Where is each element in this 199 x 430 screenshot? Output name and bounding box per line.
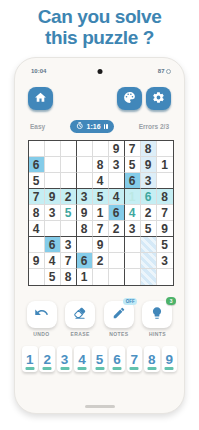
palette-icon xyxy=(123,90,136,108)
cell-r3c5[interactable]: 4 xyxy=(93,173,109,189)
undo-label: UNDO xyxy=(33,331,49,337)
cell-r4c4[interactable]: 3 xyxy=(77,189,93,205)
cell-r1c5[interactable] xyxy=(93,141,109,157)
cell-r6c9[interactable]: 9 xyxy=(157,221,173,237)
hints-button[interactable] xyxy=(142,301,172,328)
toolbar xyxy=(28,87,171,110)
cell-r6c4[interactable]: 8 xyxy=(77,221,93,237)
cell-r5c7[interactable]: 4 xyxy=(125,205,141,221)
bulb-icon xyxy=(150,306,164,324)
eraser-icon xyxy=(73,306,87,324)
undo-icon xyxy=(34,305,49,324)
notes-control[interactable]: NOTES OFF xyxy=(102,301,135,337)
battery-percent: 87 xyxy=(158,68,165,74)
cell-r9c3[interactable]: 8 xyxy=(61,269,77,285)
notes-label: NOTES xyxy=(109,331,128,337)
numpad-key-6[interactable]: 6 xyxy=(109,346,125,372)
cell-r2c6[interactable]: 3 xyxy=(109,157,125,173)
cell-r2c7[interactable]: 5 xyxy=(125,157,141,173)
cell-r8c4[interactable]: 6 xyxy=(77,253,93,269)
numpad-key-4[interactable]: 4 xyxy=(74,346,90,372)
pencil-icon xyxy=(112,306,126,324)
cell-r7c6[interactable] xyxy=(109,237,125,253)
erase-button[interactable] xyxy=(65,301,95,328)
status-time: 10:04 xyxy=(31,68,46,74)
clock-icon xyxy=(76,122,84,131)
battery-indicator: 87 xyxy=(158,68,171,74)
cell-r2c8[interactable]: 9 xyxy=(141,157,157,173)
cell-r7c2[interactable]: 6 xyxy=(45,237,61,253)
cell-r2c9[interactable]: 1 xyxy=(157,157,173,173)
cell-r2c4[interactable] xyxy=(77,157,93,173)
errors-label: Errors 2/3 xyxy=(139,123,169,130)
cell-r5c1[interactable]: 8 xyxy=(29,205,45,221)
cell-r9c8[interactable] xyxy=(141,269,157,285)
cell-r8c1[interactable]: 9 xyxy=(29,253,45,269)
cell-r4c3[interactable]: 2 xyxy=(61,189,77,205)
cell-r6c5[interactable]: 7 xyxy=(93,221,109,237)
cell-r3c2[interactable] xyxy=(45,173,61,189)
cell-r9c9[interactable] xyxy=(157,269,173,285)
timer-pill[interactable]: 1:16 xyxy=(70,120,114,133)
cell-r7c5[interactable]: 9 xyxy=(93,237,109,253)
cell-r1c4[interactable] xyxy=(77,141,93,157)
numpad-key-8[interactable]: 8 xyxy=(144,346,160,372)
difficulty-label: Easy xyxy=(30,123,45,130)
undo-button[interactable] xyxy=(27,301,57,328)
cell-r3c1[interactable]: 5 xyxy=(29,173,45,189)
cell-r7c9[interactable]: 5 xyxy=(157,237,173,253)
cell-r8c3[interactable]: 7 xyxy=(61,253,77,269)
screenshot-stage: Can you solve this puzzle ? 10:04 87 xyxy=(0,0,199,430)
cell-r1c8[interactable]: 8 xyxy=(141,141,157,157)
cell-r5c2[interactable]: 3 xyxy=(45,205,61,221)
page-title: Can you solve this puzzle ? xyxy=(0,6,199,48)
cell-r9c2[interactable]: 5 xyxy=(45,269,61,285)
numpad-key-2[interactable]: 2 xyxy=(39,346,55,372)
cell-r6c7[interactable]: 3 xyxy=(125,221,141,237)
erase-control[interactable]: ERASE xyxy=(64,301,97,337)
cell-r8c2[interactable]: 4 xyxy=(45,253,61,269)
info-bar: Easy 1:16 Errors 2/3 xyxy=(30,120,169,133)
cell-r4c7[interactable]: 1 xyxy=(125,189,141,205)
cell-r7c8[interactable] xyxy=(141,237,157,253)
numpad-key-5[interactable]: 5 xyxy=(92,346,108,372)
numpad-key-3[interactable]: 3 xyxy=(57,346,73,372)
cell-r3c8[interactable]: 3 xyxy=(141,173,157,189)
hints-label: HINTS xyxy=(149,331,166,337)
home-icon xyxy=(34,90,47,108)
cell-r6c3[interactable] xyxy=(61,221,77,237)
cell-r8c9[interactable]: 3 xyxy=(157,253,173,269)
cell-r7c3[interactable]: 3 xyxy=(61,237,77,253)
cell-r4c5[interactable]: 5 xyxy=(93,189,109,205)
cell-r8c6[interactable] xyxy=(109,253,125,269)
cell-r3c3[interactable] xyxy=(61,173,77,189)
gear-icon xyxy=(152,90,165,108)
cell-r9c5[interactable] xyxy=(93,269,109,285)
cell-r5c6[interactable]: 6 xyxy=(109,205,125,221)
cell-r2c5[interactable]: 8 xyxy=(93,157,109,173)
cell-r9c6[interactable] xyxy=(109,269,125,285)
cell-r2c1[interactable]: 6 xyxy=(29,157,45,173)
cell-r4c1[interactable]: 7 xyxy=(29,189,45,205)
hints-count-badge: 3 xyxy=(166,297,176,305)
settings-button[interactable] xyxy=(146,87,171,110)
timer-value: 1:16 xyxy=(87,123,101,130)
page-title-line2: this puzzle ? xyxy=(0,27,199,48)
cell-r1c1[interactable] xyxy=(29,141,45,157)
cell-r4c6[interactable]: 4 xyxy=(109,189,125,205)
cell-r9c1[interactable] xyxy=(29,269,45,285)
home-button[interactable] xyxy=(28,87,53,110)
numpad-key-9[interactable]: 9 xyxy=(162,346,178,372)
cell-r3c7[interactable]: 6 xyxy=(125,173,141,189)
cell-r6c2[interactable] xyxy=(45,221,61,237)
battery-icon xyxy=(166,69,171,74)
pause-icon[interactable] xyxy=(104,124,108,129)
cell-r5c3[interactable]: 5 xyxy=(61,205,77,221)
cell-r2c2[interactable] xyxy=(45,157,61,173)
notes-button[interactable] xyxy=(104,301,134,328)
phone-frame: 10:04 87 xyxy=(14,57,185,414)
cell-r9c7[interactable] xyxy=(125,269,141,285)
cell-r7c1[interactable] xyxy=(29,237,45,253)
cell-r1c2[interactable] xyxy=(45,141,61,157)
cell-r4c9[interactable]: 8 xyxy=(157,189,173,205)
sudoku-grid[interactable]: 9786835915463792354168835916427487235963… xyxy=(28,140,174,286)
undo-control[interactable]: UNDO xyxy=(25,301,58,337)
cell-r3c9[interactable] xyxy=(157,173,173,189)
cell-r2c3[interactable] xyxy=(61,157,77,173)
cell-r7c4[interactable] xyxy=(77,237,93,253)
theme-button[interactable] xyxy=(117,87,142,110)
cell-r7c7[interactable] xyxy=(125,237,141,253)
numpad-key-1[interactable]: 1 xyxy=(22,346,38,372)
cell-r1c3[interactable] xyxy=(61,141,77,157)
cell-r8c8[interactable] xyxy=(141,253,157,269)
cell-r5c9[interactable]: 7 xyxy=(157,205,173,221)
cell-r4c2[interactable]: 9 xyxy=(45,189,61,205)
controls-row: UNDO ERASE NOTES OFF xyxy=(25,301,174,337)
cell-r3c4[interactable] xyxy=(77,173,93,189)
cell-r6c8[interactable]: 5 xyxy=(141,221,157,237)
numpad-key-7[interactable]: 7 xyxy=(127,346,143,372)
cell-r6c6[interactable]: 2 xyxy=(109,221,125,237)
hints-control[interactable]: HINTS 3 xyxy=(141,301,174,337)
cell-r9c4[interactable]: 1 xyxy=(77,269,93,285)
cell-r1c7[interactable]: 7 xyxy=(125,141,141,157)
cell-r5c8[interactable]: 2 xyxy=(141,205,157,221)
notes-off-badge: OFF xyxy=(123,298,137,305)
cell-r5c4[interactable]: 9 xyxy=(77,205,93,221)
page-title-line1: Can you solve xyxy=(0,6,199,27)
status-bar: 10:04 87 xyxy=(31,68,171,74)
number-pad: 1 2 3 4 5 6 7 8 9 xyxy=(22,346,177,372)
cell-r5c5[interactable]: 1 xyxy=(93,205,109,221)
cell-r6c1[interactable]: 4 xyxy=(29,221,45,237)
cell-r4c8[interactable]: 6 xyxy=(141,189,157,205)
cell-r8c7[interactable] xyxy=(125,253,141,269)
cell-r8c5[interactable]: 2 xyxy=(93,253,109,269)
cell-r1c6[interactable]: 9 xyxy=(109,141,125,157)
cell-r3c6[interactable] xyxy=(109,173,125,189)
cell-r1c9[interactable] xyxy=(157,141,173,157)
home-indicator[interactable] xyxy=(85,405,115,408)
erase-label: ERASE xyxy=(71,331,90,337)
